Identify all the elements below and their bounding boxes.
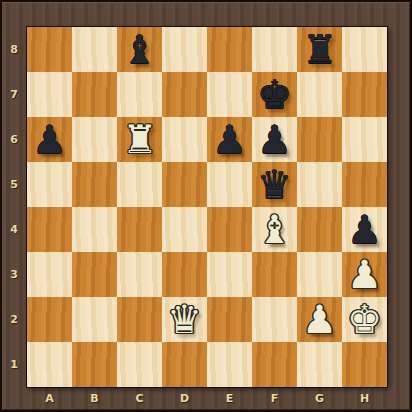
rank-label-5: 5 [3, 162, 25, 207]
square-b5[interactable] [72, 162, 117, 207]
square-a1[interactable] [27, 342, 72, 387]
square-b6[interactable] [72, 117, 117, 162]
rank-label-3: 3 [3, 252, 25, 297]
file-label-d: D [162, 388, 207, 408]
square-c6[interactable]: ♜ [117, 117, 162, 162]
square-a2[interactable] [27, 297, 72, 342]
file-label-g: G [297, 388, 342, 408]
rank-labels: 87654321 [3, 27, 25, 387]
file-label-h: H [342, 388, 387, 408]
piece-black-pawn[interactable]: ♟ [32, 117, 67, 162]
square-d2[interactable]: ♛ [162, 297, 207, 342]
square-h7[interactable] [342, 72, 387, 117]
rank-label-1: 1 [3, 342, 25, 387]
square-g2[interactable]: ♟ [297, 297, 342, 342]
rank-label-4: 4 [3, 207, 25, 252]
piece-black-queen[interactable]: ♛ [257, 162, 292, 207]
square-h6[interactable] [342, 117, 387, 162]
square-c7[interactable] [117, 72, 162, 117]
square-e8[interactable] [207, 27, 252, 72]
square-d7[interactable] [162, 72, 207, 117]
square-e6[interactable]: ♟ [207, 117, 252, 162]
square-c1[interactable] [117, 342, 162, 387]
square-c2[interactable] [117, 297, 162, 342]
square-b7[interactable] [72, 72, 117, 117]
square-h1[interactable] [342, 342, 387, 387]
square-d4[interactable] [162, 207, 207, 252]
square-f7[interactable]: ♚ [252, 72, 297, 117]
piece-white-pawn[interactable]: ♟ [302, 297, 337, 342]
square-c4[interactable] [117, 207, 162, 252]
square-h5[interactable] [342, 162, 387, 207]
piece-white-rook[interactable]: ♜ [122, 117, 157, 162]
square-g3[interactable] [297, 252, 342, 297]
square-b2[interactable] [72, 297, 117, 342]
file-label-e: E [207, 388, 252, 408]
square-g1[interactable] [297, 342, 342, 387]
square-d1[interactable] [162, 342, 207, 387]
file-label-c: C [117, 388, 162, 408]
piece-white-queen[interactable]: ♛ [167, 297, 202, 342]
square-a5[interactable] [27, 162, 72, 207]
square-g5[interactable] [297, 162, 342, 207]
piece-black-pawn[interactable]: ♟ [347, 207, 382, 252]
piece-black-pawn[interactable]: ♟ [212, 117, 247, 162]
square-f4[interactable]: ♝ [252, 207, 297, 252]
piece-white-pawn[interactable]: ♟ [347, 252, 382, 297]
chessboard-window: 87654321 ABCDEFGH ♝♜♚♟♜♟♟♛♝♟♟♛♟♚ [0, 0, 412, 412]
chess-board: ♝♜♚♟♜♟♟♛♝♟♟♛♟♚ [26, 26, 388, 388]
file-label-b: B [72, 388, 117, 408]
square-a4[interactable] [27, 207, 72, 252]
piece-black-rook[interactable]: ♜ [302, 27, 337, 72]
square-h3[interactable]: ♟ [342, 252, 387, 297]
rank-label-8: 8 [3, 27, 25, 72]
piece-black-bishop[interactable]: ♝ [122, 27, 157, 72]
piece-black-king[interactable]: ♚ [257, 72, 292, 117]
square-b4[interactable] [72, 207, 117, 252]
square-b1[interactable] [72, 342, 117, 387]
square-g6[interactable] [297, 117, 342, 162]
file-labels: ABCDEFGH [27, 388, 387, 408]
square-e4[interactable] [207, 207, 252, 252]
square-a3[interactable] [27, 252, 72, 297]
square-e5[interactable] [207, 162, 252, 207]
square-f6[interactable]: ♟ [252, 117, 297, 162]
square-f2[interactable] [252, 297, 297, 342]
square-h4[interactable]: ♟ [342, 207, 387, 252]
rank-label-7: 7 [3, 72, 25, 117]
square-b8[interactable] [72, 27, 117, 72]
square-d5[interactable] [162, 162, 207, 207]
square-c3[interactable] [117, 252, 162, 297]
square-f8[interactable] [252, 27, 297, 72]
square-f5[interactable]: ♛ [252, 162, 297, 207]
square-b3[interactable] [72, 252, 117, 297]
square-c8[interactable]: ♝ [117, 27, 162, 72]
piece-white-bishop[interactable]: ♝ [257, 207, 292, 252]
square-e7[interactable] [207, 72, 252, 117]
square-g8[interactable]: ♜ [297, 27, 342, 72]
square-a6[interactable]: ♟ [27, 117, 72, 162]
rank-label-2: 2 [3, 297, 25, 342]
piece-black-pawn[interactable]: ♟ [257, 117, 292, 162]
rank-label-6: 6 [3, 117, 25, 162]
square-h2[interactable]: ♚ [342, 297, 387, 342]
square-a7[interactable] [27, 72, 72, 117]
square-a8[interactable] [27, 27, 72, 72]
square-g4[interactable] [297, 207, 342, 252]
square-d3[interactable] [162, 252, 207, 297]
square-f1[interactable] [252, 342, 297, 387]
file-label-f: F [252, 388, 297, 408]
square-d8[interactable] [162, 27, 207, 72]
square-d6[interactable] [162, 117, 207, 162]
square-h8[interactable] [342, 27, 387, 72]
square-e1[interactable] [207, 342, 252, 387]
file-label-a: A [27, 388, 72, 408]
square-f3[interactable] [252, 252, 297, 297]
square-g7[interactable] [297, 72, 342, 117]
square-e3[interactable] [207, 252, 252, 297]
piece-white-king[interactable]: ♚ [347, 297, 382, 342]
square-e2[interactable] [207, 297, 252, 342]
square-c5[interactable] [117, 162, 162, 207]
